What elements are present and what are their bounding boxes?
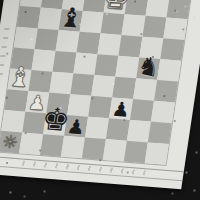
piece-black-pawn-f3[interactable]: ♟ [111, 99, 132, 120]
square-c7[interactable]: ♝ [59, 9, 83, 31]
square-h1[interactable] [145, 142, 169, 164]
square-h7[interactable] [163, 17, 187, 39]
square-e8[interactable]: ♚ [104, 0, 128, 14]
board-grid: ♚♝♞♝♟♟♚♟✳ [0, 0, 192, 166]
square-a4[interactable]: ♝ [7, 68, 31, 90]
background-noise-speckles [0, 0, 1, 1]
square-g5[interactable]: ♞ [136, 57, 160, 79]
square-h4[interactable] [154, 80, 178, 102]
square-h3[interactable] [151, 101, 175, 123]
piece-black-pawn-d2[interactable]: ♟ [66, 116, 87, 137]
piece-white-king-e8[interactable]: ♚ [100, 0, 132, 14]
piece-black-bishop-c7[interactable]: ♝ [57, 3, 85, 32]
square-h2[interactable] [148, 122, 172, 144]
square-h6[interactable] [160, 38, 184, 60]
chess-board: ♚♝♞♝♟♟♚♟✳ [0, 0, 200, 189]
photo-scene: ♚♝♞♝♟♟♚♟✳ [0, 0, 200, 200]
piece-white-bishop-a4[interactable]: ♝ [6, 62, 34, 91]
square-h8[interactable] [166, 0, 190, 19]
square-c2[interactable]: ♚ [43, 113, 67, 135]
piece-white-queen-a1[interactable]: ✳ [2, 133, 19, 151]
